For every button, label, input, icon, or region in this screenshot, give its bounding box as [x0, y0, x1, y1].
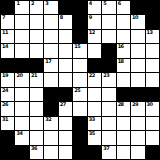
- grid-cell[interactable]: 29: [131, 102, 144, 115]
- black-cell: [15, 146, 28, 159]
- grid-cell[interactable]: [88, 88, 101, 101]
- grid-cell[interactable]: 24: [1, 88, 14, 101]
- grid-cell[interactable]: 26: [1, 102, 14, 115]
- black-cell: [73, 15, 86, 28]
- black-cell: [146, 88, 159, 101]
- clue-number: 2: [31, 1, 34, 6]
- grid-cell[interactable]: [73, 73, 86, 86]
- grid-cell[interactable]: 37: [102, 146, 115, 159]
- grid-cell[interactable]: 32: [44, 117, 57, 130]
- grid-cell[interactable]: 19: [1, 73, 14, 86]
- grid-cell[interactable]: [30, 131, 43, 144]
- black-cell: [73, 146, 86, 159]
- grid-cell[interactable]: [15, 44, 28, 57]
- clue-number: 26: [2, 102, 8, 107]
- grid-cell[interactable]: 18: [117, 59, 130, 72]
- grid-cell[interactable]: [73, 59, 86, 72]
- clue-number: 37: [103, 146, 109, 151]
- black-cell: [59, 1, 72, 14]
- black-cell: [44, 88, 57, 101]
- grid-cell[interactable]: 33: [88, 117, 101, 130]
- crossword-grid: 1234567891011121314151617181920212223242…: [0, 0, 160, 160]
- grid-cell[interactable]: [88, 44, 101, 57]
- clue-number: 9: [89, 15, 92, 20]
- clue-number: 1: [16, 1, 19, 6]
- grid-cell[interactable]: 30: [146, 102, 159, 115]
- grid-cell[interactable]: 8: [59, 15, 72, 28]
- grid-cell[interactable]: [146, 59, 159, 72]
- grid-cell[interactable]: 15: [73, 44, 86, 57]
- clue-number: 27: [60, 102, 66, 107]
- black-cell: [1, 131, 14, 144]
- clue-number: 13: [147, 30, 153, 35]
- grid-cell[interactable]: 25: [73, 88, 86, 101]
- grid-cell[interactable]: 20: [15, 73, 28, 86]
- black-cell: [102, 59, 115, 72]
- grid-cell[interactable]: 7: [1, 15, 14, 28]
- grid-cell[interactable]: 6: [117, 1, 130, 14]
- grid-cell[interactable]: 27: [59, 102, 72, 115]
- black-cell: [146, 1, 159, 14]
- black-cell: [1, 1, 14, 14]
- grid-cell[interactable]: [30, 44, 43, 57]
- black-cell: [73, 30, 86, 43]
- black-cell: [15, 59, 28, 72]
- clue-number: 35: [89, 131, 95, 136]
- grid-cell[interactable]: [30, 117, 43, 130]
- grid-cell[interactable]: 23: [102, 73, 115, 86]
- grid-cell[interactable]: [15, 117, 28, 130]
- black-cell: [146, 15, 159, 28]
- grid-cell[interactable]: [44, 44, 57, 57]
- clue-number: 10: [132, 15, 138, 20]
- grid-cell[interactable]: 4: [88, 1, 101, 14]
- grid-cell[interactable]: [59, 30, 72, 43]
- clue-number: 7: [2, 15, 5, 20]
- black-cell: [59, 88, 72, 101]
- black-cell: [73, 1, 86, 14]
- grid-cell[interactable]: 10: [131, 15, 144, 28]
- grid-cell[interactable]: [131, 117, 144, 130]
- grid-cell[interactable]: [30, 30, 43, 43]
- grid-cell[interactable]: [102, 88, 115, 101]
- grid-cell[interactable]: [146, 73, 159, 86]
- clue-number: 20: [16, 73, 22, 78]
- black-cell: [44, 102, 57, 115]
- grid-cell[interactable]: [102, 102, 115, 115]
- black-cell: [131, 88, 144, 101]
- grid-cell[interactable]: [117, 15, 130, 28]
- grid-cell[interactable]: 21: [30, 73, 43, 86]
- grid-cell[interactable]: [102, 15, 115, 28]
- grid-cell[interactable]: [73, 102, 86, 115]
- grid-cell[interactable]: [131, 131, 144, 144]
- grid-cell[interactable]: [15, 88, 28, 101]
- black-cell: [88, 146, 101, 159]
- grid-cell[interactable]: 36: [30, 146, 43, 159]
- grid-cell[interactable]: 1: [15, 1, 28, 14]
- black-cell: [1, 146, 14, 159]
- grid-cell[interactable]: 14: [1, 44, 14, 57]
- black-cell: [30, 59, 43, 72]
- black-cell: [146, 146, 159, 159]
- black-cell: [102, 44, 115, 57]
- grid-cell[interactable]: 28: [117, 102, 130, 115]
- clue-number: 12: [89, 30, 95, 35]
- grid-cell[interactable]: [117, 73, 130, 86]
- clue-number: 22: [89, 73, 95, 78]
- clue-number: 34: [16, 131, 22, 136]
- clue-number: 5: [103, 1, 106, 6]
- black-cell: [73, 131, 86, 144]
- black-cell: [1, 59, 14, 72]
- grid-cell[interactable]: [15, 102, 28, 115]
- grid-cell[interactable]: [88, 102, 101, 115]
- clue-number: 24: [2, 88, 8, 93]
- clue-number: 18: [118, 59, 124, 64]
- grid-cell[interactable]: 22: [88, 73, 101, 86]
- clue-number: 31: [2, 117, 8, 122]
- grid-cell[interactable]: [146, 117, 159, 130]
- grid-cell[interactable]: [131, 30, 144, 43]
- grid-cell[interactable]: [117, 117, 130, 130]
- grid-cell[interactable]: [131, 73, 144, 86]
- grid-cell[interactable]: 3: [44, 1, 57, 14]
- clue-number: 23: [103, 73, 109, 78]
- grid-cell[interactable]: [102, 131, 115, 144]
- black-cell: [131, 1, 144, 14]
- grid-cell[interactable]: 11: [1, 30, 14, 43]
- grid-cell[interactable]: [117, 131, 130, 144]
- clue-number: 25: [74, 88, 80, 93]
- clue-number: 6: [118, 1, 121, 6]
- grid-cell[interactable]: 9: [88, 15, 101, 28]
- black-cell: [117, 88, 130, 101]
- crossword-puzzle: 1234567891011121314151617181920212223242…: [0, 0, 160, 160]
- grid-cell[interactable]: [44, 15, 57, 28]
- grid-cell[interactable]: [30, 102, 43, 115]
- grid-cell[interactable]: [146, 44, 159, 57]
- grid-cell[interactable]: [102, 117, 115, 130]
- clue-number: 8: [60, 15, 63, 20]
- grid-cell[interactable]: [59, 146, 72, 159]
- grid-cell[interactable]: [15, 15, 28, 28]
- grid-cell[interactable]: [117, 30, 130, 43]
- grid-cell[interactable]: [102, 30, 115, 43]
- grid-cell[interactable]: [131, 59, 144, 72]
- clue-number: 21: [31, 73, 37, 78]
- grid-cell[interactable]: 16: [117, 44, 130, 57]
- grid-cell[interactable]: [44, 146, 57, 159]
- grid-cell[interactable]: [117, 146, 130, 159]
- clue-number: 33: [89, 117, 95, 122]
- clue-number: 3: [45, 1, 48, 6]
- grid-cell[interactable]: [146, 131, 159, 144]
- clue-number: 16: [118, 44, 124, 49]
- grid-cell[interactable]: 31: [1, 117, 14, 130]
- grid-cell[interactable]: [59, 73, 72, 86]
- black-cell: [73, 117, 86, 130]
- grid-cell[interactable]: [30, 88, 43, 101]
- grid-cell[interactable]: 34: [15, 131, 28, 144]
- black-cell: [88, 59, 101, 72]
- grid-cell[interactable]: [59, 131, 72, 144]
- grid-cell[interactable]: 2: [30, 1, 43, 14]
- grid-cell[interactable]: 12: [88, 30, 101, 43]
- grid-cell[interactable]: 5: [102, 1, 115, 14]
- grid-cell[interactable]: [44, 30, 57, 43]
- grid-cell[interactable]: [44, 131, 57, 144]
- clue-number: 19: [2, 73, 8, 78]
- clue-number: 28: [118, 102, 124, 107]
- grid-cell[interactable]: [131, 146, 144, 159]
- clue-number: 32: [45, 117, 51, 122]
- clue-number: 15: [74, 44, 80, 49]
- clue-number: 4: [89, 1, 92, 6]
- grid-cell[interactable]: [59, 117, 72, 130]
- grid-cell[interactable]: [59, 59, 72, 72]
- clue-number: 14: [2, 44, 8, 49]
- grid-cell[interactable]: [131, 44, 144, 57]
- clue-number: 36: [31, 146, 37, 151]
- grid-cell[interactable]: [30, 15, 43, 28]
- grid-cell[interactable]: [59, 44, 72, 57]
- clue-number: 17: [45, 59, 51, 64]
- clue-number: 11: [2, 30, 8, 35]
- clue-number: 30: [147, 102, 153, 107]
- grid-cell[interactable]: [44, 73, 57, 86]
- grid-cell[interactable]: 17: [44, 59, 57, 72]
- grid-cell[interactable]: [15, 30, 28, 43]
- grid-cell[interactable]: 35: [88, 131, 101, 144]
- grid-cell[interactable]: 13: [146, 30, 159, 43]
- clue-number: 29: [132, 102, 138, 107]
